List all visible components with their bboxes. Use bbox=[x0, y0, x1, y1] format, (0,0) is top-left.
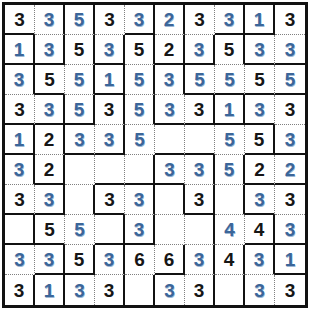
cell-r9c1[interactable]: 1 bbox=[35, 275, 65, 305]
cell-r3c2[interactable]: 5 bbox=[65, 95, 95, 125]
cell-r5c0[interactable]: 3 bbox=[5, 155, 35, 185]
cell-r4c1[interactable]: 2 bbox=[35, 125, 65, 155]
cell-r4c8[interactable]: 5 bbox=[245, 125, 275, 155]
cell-r5c5[interactable]: 3 bbox=[155, 155, 185, 185]
cell-r8c2[interactable]: 5 bbox=[65, 245, 95, 275]
cell-r3c5[interactable]: 3 bbox=[155, 95, 185, 125]
cell-r1c7[interactable]: 5 bbox=[215, 35, 245, 65]
cell-r1c4[interactable]: 5 bbox=[125, 35, 155, 65]
cell-r3c7[interactable]: 1 bbox=[215, 95, 245, 125]
cell-r3c8[interactable]: 3 bbox=[245, 95, 275, 125]
cell-r4c4[interactable]: 5 bbox=[125, 125, 155, 155]
cell-r7c2[interactable]: 5 bbox=[65, 215, 95, 245]
cell-r9c5[interactable]: 3 bbox=[155, 275, 185, 305]
cell-r7c1[interactable]: 5 bbox=[35, 215, 65, 245]
cell-r7c0[interactable] bbox=[5, 215, 35, 245]
cell-r3c4[interactable]: 5 bbox=[125, 95, 155, 125]
cell-r9c7[interactable] bbox=[215, 275, 245, 305]
cell-r0c2[interactable]: 5 bbox=[65, 5, 95, 35]
cell-r9c8[interactable]: 3 bbox=[245, 275, 275, 305]
cell-r3c0[interactable]: 3 bbox=[5, 95, 35, 125]
cell-r7c7[interactable]: 4 bbox=[215, 215, 245, 245]
cell-r8c9[interactable]: 1 bbox=[275, 245, 305, 275]
cell-r2c3[interactable]: 1 bbox=[95, 65, 125, 95]
cell-r7c5[interactable] bbox=[155, 215, 185, 245]
cell-r2c0[interactable]: 3 bbox=[5, 65, 35, 95]
cell-r7c4[interactable]: 3 bbox=[125, 215, 155, 245]
cell-r1c0[interactable]: 1 bbox=[5, 35, 35, 65]
cell-r2c7[interactable]: 5 bbox=[215, 65, 245, 95]
cell-r8c5[interactable]: 6 bbox=[155, 245, 185, 275]
cell-r7c8[interactable]: 4 bbox=[245, 215, 275, 245]
cell-r6c6[interactable]: 3 bbox=[185, 185, 215, 215]
cell-r2c8[interactable]: 5 bbox=[245, 65, 275, 95]
cell-r8c0[interactable]: 3 bbox=[5, 245, 35, 275]
cell-r2c2[interactable]: 5 bbox=[65, 65, 95, 95]
cell-r6c8[interactable]: 3 bbox=[245, 185, 275, 215]
cell-r2c4[interactable]: 5 bbox=[125, 65, 155, 95]
cell-r4c6[interactable] bbox=[185, 125, 215, 155]
cell-r9c4[interactable] bbox=[125, 275, 155, 305]
cell-r5c2[interactable] bbox=[65, 155, 95, 185]
cell-r3c3[interactable]: 3 bbox=[95, 95, 125, 125]
cell-r1c5[interactable]: 2 bbox=[155, 35, 185, 65]
cell-r0c0[interactable]: 3 bbox=[5, 5, 35, 35]
cell-r0c3[interactable]: 3 bbox=[95, 5, 125, 35]
cell-r1c3[interactable]: 3 bbox=[95, 35, 125, 65]
cell-r5c7[interactable]: 5 bbox=[215, 155, 245, 185]
cell-r0c1[interactable]: 3 bbox=[35, 5, 65, 35]
cell-r9c0[interactable]: 3 bbox=[5, 275, 35, 305]
cell-r0c6[interactable]: 3 bbox=[185, 5, 215, 35]
cell-r0c4[interactable]: 3 bbox=[125, 5, 155, 35]
cell-r6c0[interactable]: 3 bbox=[5, 185, 35, 215]
cell-r4c7[interactable]: 5 bbox=[215, 125, 245, 155]
cell-r2c6[interactable]: 5 bbox=[185, 65, 215, 95]
cell-r3c6[interactable]: 3 bbox=[185, 95, 215, 125]
cell-r9c2[interactable]: 3 bbox=[65, 275, 95, 305]
cell-r9c6[interactable]: 3 bbox=[185, 275, 215, 305]
cell-r2c5[interactable]: 3 bbox=[155, 65, 185, 95]
cell-r8c7[interactable]: 4 bbox=[215, 245, 245, 275]
cell-r5c8[interactable]: 2 bbox=[245, 155, 275, 185]
cell-r5c6[interactable]: 3 bbox=[185, 155, 215, 185]
cell-r6c1[interactable]: 3 bbox=[35, 185, 65, 215]
cell-r0c7[interactable]: 3 bbox=[215, 5, 245, 35]
cell-r1c8[interactable]: 3 bbox=[245, 35, 275, 65]
cell-r8c1[interactable]: 3 bbox=[35, 245, 65, 275]
cell-r3c1[interactable]: 3 bbox=[35, 95, 65, 125]
cell-r6c9[interactable]: 3 bbox=[275, 185, 305, 215]
cell-r8c6[interactable]: 3 bbox=[185, 245, 215, 275]
cell-r5c4[interactable] bbox=[125, 155, 155, 185]
cell-r8c4[interactable]: 6 bbox=[125, 245, 155, 275]
cell-r1c2[interactable]: 5 bbox=[65, 35, 95, 65]
cell-r3c9[interactable]: 3 bbox=[275, 95, 305, 125]
cell-r5c3[interactable] bbox=[95, 155, 125, 185]
cell-r8c8[interactable]: 3 bbox=[245, 245, 275, 275]
cell-r6c4[interactable]: 3 bbox=[125, 185, 155, 215]
cell-r6c5[interactable] bbox=[155, 185, 185, 215]
cell-r2c1[interactable]: 5 bbox=[35, 65, 65, 95]
cell-r6c3[interactable]: 3 bbox=[95, 185, 125, 215]
cell-r0c9[interactable]: 3 bbox=[275, 5, 305, 35]
cell-r1c1[interactable]: 3 bbox=[35, 35, 65, 65]
cell-r2c9[interactable]: 5 bbox=[275, 65, 305, 95]
cell-r4c3[interactable]: 3 bbox=[95, 125, 125, 155]
cell-r1c6[interactable]: 3 bbox=[185, 35, 215, 65]
cell-r4c5[interactable] bbox=[155, 125, 185, 155]
cell-r1c9[interactable]: 3 bbox=[275, 35, 305, 65]
cell-r6c2[interactable] bbox=[65, 185, 95, 215]
cell-r9c9[interactable]: 3 bbox=[275, 275, 305, 305]
fillomino-board: 3353323313135352353335515355553353533133… bbox=[2, 2, 308, 308]
cell-r4c9[interactable]: 3 bbox=[275, 125, 305, 155]
cell-r4c2[interactable]: 3 bbox=[65, 125, 95, 155]
cell-r5c9[interactable]: 2 bbox=[275, 155, 305, 185]
cell-r8c3[interactable]: 3 bbox=[95, 245, 125, 275]
cell-r0c5[interactable]: 2 bbox=[155, 5, 185, 35]
cell-r7c6[interactable] bbox=[185, 215, 215, 245]
cell-r7c9[interactable]: 3 bbox=[275, 215, 305, 245]
cell-r9c3[interactable]: 3 bbox=[95, 275, 125, 305]
cell-r5c1[interactable]: 2 bbox=[35, 155, 65, 185]
cell-r6c7[interactable] bbox=[215, 185, 245, 215]
cell-r0c8[interactable]: 1 bbox=[245, 5, 275, 35]
cell-r7c3[interactable] bbox=[95, 215, 125, 245]
cell-r4c0[interactable]: 1 bbox=[5, 125, 35, 155]
